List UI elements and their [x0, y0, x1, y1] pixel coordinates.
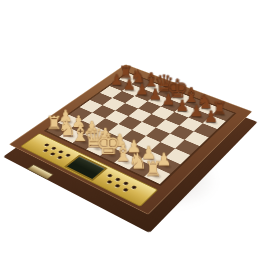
panel-button-left-1-3[interactable]: [58, 150, 64, 154]
chess-computer: ♜♞♝♛♚♝♞♜♟♟♟♟♟♟♟♟♟♟♟♟♟♟♟♟♜♞♝♛♚♝♞♜: [9, 64, 252, 215]
panel-button-left-1-1[interactable]: [44, 143, 50, 147]
button-row-right-2: [106, 180, 128, 192]
panel-button-right-2-2[interactable]: [114, 184, 120, 188]
panel-button-left-2-2[interactable]: [49, 152, 55, 156]
panel-button-right-1-3[interactable]: [123, 181, 129, 185]
panel-button-right-1-2[interactable]: [115, 177, 121, 181]
panel-button-right-1-4[interactable]: [131, 185, 137, 189]
button-row-left-1: [44, 143, 71, 157]
panel-button-left-1-2[interactable]: [51, 147, 57, 151]
button-cluster-left: [39, 143, 71, 161]
panel-button-left-2-1[interactable]: [42, 148, 48, 152]
scene: ♜♞♝♛♚♝♞♜♟♟♟♟♟♟♟♟♟♟♟♟♟♟♟♟♜♞♝♛♚♝♞♜: [0, 0, 270, 270]
module-slot-plate: [27, 164, 54, 179]
panel-button-right-2-3[interactable]: [122, 188, 128, 192]
panel-button-left-2-3[interactable]: [56, 155, 62, 159]
panel-button-left-1-4[interactable]: [65, 153, 71, 157]
button-row-left-2: [42, 148, 62, 159]
white-rook-glyph: ♜: [126, 159, 181, 179]
product-photo: ♜♞♝♛♚♝♞♜♟♟♟♟♟♟♟♟♟♟♟♟♟♟♟♟♜♞♝♛♚♝♞♜: [0, 0, 270, 270]
panel-button-right-2-1[interactable]: [106, 180, 112, 184]
panel-button-right-1-1[interactable]: [107, 174, 113, 178]
